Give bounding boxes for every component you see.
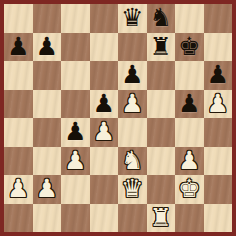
square-g1[interactable] <box>175 204 204 233</box>
piece-black-king-g7[interactable]: ♚ <box>178 33 200 61</box>
square-e5[interactable]: ♟ <box>118 90 147 119</box>
square-g2[interactable]: ♚ <box>175 175 204 204</box>
chess-board-frame: ♛♞♟♟♜♚♟♟♟♟♟♟♟♟♟♞♟♟♟♛♚♜ <box>0 0 236 236</box>
square-e1[interactable] <box>118 204 147 233</box>
square-c2[interactable] <box>61 175 90 204</box>
square-d1[interactable] <box>90 204 119 233</box>
square-c5[interactable] <box>61 90 90 119</box>
piece-white-pawn-e5[interactable]: ♟ <box>121 90 143 118</box>
square-f2[interactable] <box>147 175 176 204</box>
piece-black-pawn-b7[interactable]: ♟ <box>36 33 58 61</box>
piece-white-pawn-c3[interactable]: ♟ <box>64 147 86 175</box>
piece-white-rook-f1[interactable]: ♜ <box>150 204 172 232</box>
square-f6[interactable] <box>147 61 176 90</box>
square-b4[interactable] <box>33 118 62 147</box>
square-f8[interactable]: ♞ <box>147 4 176 33</box>
square-c4[interactable]: ♟ <box>61 118 90 147</box>
square-b6[interactable] <box>33 61 62 90</box>
piece-white-pawn-a2[interactable]: ♟ <box>7 175 29 203</box>
chess-board: ♛♞♟♟♜♚♟♟♟♟♟♟♟♟♟♞♟♟♟♛♚♜ <box>4 4 232 232</box>
square-c1[interactable] <box>61 204 90 233</box>
square-e8[interactable]: ♛ <box>118 4 147 33</box>
piece-white-knight-e3[interactable]: ♞ <box>121 147 143 175</box>
square-h8[interactable] <box>204 4 233 33</box>
square-e7[interactable] <box>118 33 147 62</box>
piece-black-pawn-a7[interactable]: ♟ <box>7 33 29 61</box>
square-g5[interactable]: ♟ <box>175 90 204 119</box>
piece-white-king-g2[interactable]: ♚ <box>178 175 200 203</box>
square-a2[interactable]: ♟ <box>4 175 33 204</box>
square-b1[interactable] <box>33 204 62 233</box>
square-d8[interactable] <box>90 4 119 33</box>
piece-black-pawn-g5[interactable]: ♟ <box>178 90 200 118</box>
square-d5[interactable]: ♟ <box>90 90 119 119</box>
piece-black-pawn-c4[interactable]: ♟ <box>64 118 86 146</box>
square-d3[interactable] <box>90 147 119 176</box>
square-g4[interactable] <box>175 118 204 147</box>
square-h2[interactable] <box>204 175 233 204</box>
piece-black-pawn-e6[interactable]: ♟ <box>121 61 143 89</box>
square-h3[interactable] <box>204 147 233 176</box>
square-b5[interactable] <box>33 90 62 119</box>
square-d4[interactable]: ♟ <box>90 118 119 147</box>
piece-white-pawn-h5[interactable]: ♟ <box>207 90 229 118</box>
square-f4[interactable] <box>147 118 176 147</box>
square-g6[interactable] <box>175 61 204 90</box>
square-b7[interactable]: ♟ <box>33 33 62 62</box>
square-a3[interactable] <box>4 147 33 176</box>
square-b2[interactable]: ♟ <box>33 175 62 204</box>
square-e2[interactable]: ♛ <box>118 175 147 204</box>
square-h7[interactable] <box>204 33 233 62</box>
square-a7[interactable]: ♟ <box>4 33 33 62</box>
square-h4[interactable] <box>204 118 233 147</box>
square-e4[interactable] <box>118 118 147 147</box>
square-b8[interactable] <box>33 4 62 33</box>
square-c7[interactable] <box>61 33 90 62</box>
square-a5[interactable] <box>4 90 33 119</box>
square-a6[interactable] <box>4 61 33 90</box>
square-c8[interactable] <box>61 4 90 33</box>
square-g3[interactable]: ♟ <box>175 147 204 176</box>
square-f7[interactable]: ♜ <box>147 33 176 62</box>
piece-white-pawn-b2[interactable]: ♟ <box>36 175 58 203</box>
square-f3[interactable] <box>147 147 176 176</box>
piece-white-pawn-g3[interactable]: ♟ <box>178 147 200 175</box>
square-d6[interactable] <box>90 61 119 90</box>
piece-black-queen-e8[interactable]: ♛ <box>121 4 143 32</box>
square-g8[interactable] <box>175 4 204 33</box>
square-a8[interactable] <box>4 4 33 33</box>
square-h5[interactable]: ♟ <box>204 90 233 119</box>
square-f5[interactable] <box>147 90 176 119</box>
square-h1[interactable] <box>204 204 233 233</box>
square-d2[interactable] <box>90 175 119 204</box>
square-f1[interactable]: ♜ <box>147 204 176 233</box>
piece-black-pawn-d5[interactable]: ♟ <box>93 90 115 118</box>
square-e6[interactable]: ♟ <box>118 61 147 90</box>
piece-black-rook-f7[interactable]: ♜ <box>150 33 172 61</box>
square-b3[interactable] <box>33 147 62 176</box>
square-c6[interactable] <box>61 61 90 90</box>
square-h6[interactable]: ♟ <box>204 61 233 90</box>
piece-black-knight-f8[interactable]: ♞ <box>150 4 172 32</box>
square-g7[interactable]: ♚ <box>175 33 204 62</box>
piece-white-queen-e2[interactable]: ♛ <box>121 175 143 203</box>
square-a4[interactable] <box>4 118 33 147</box>
square-e3[interactable]: ♞ <box>118 147 147 176</box>
square-a1[interactable] <box>4 204 33 233</box>
square-c3[interactable]: ♟ <box>61 147 90 176</box>
piece-white-pawn-d4[interactable]: ♟ <box>93 118 115 146</box>
square-d7[interactable] <box>90 33 119 62</box>
piece-black-pawn-h6[interactable]: ♟ <box>207 61 229 89</box>
